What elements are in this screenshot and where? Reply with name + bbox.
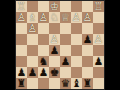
square-d4[interactable] (60, 34, 71, 45)
square-h2[interactable]: ♙ (16, 12, 27, 23)
white-pawn[interactable]: ♙ (27, 23, 38, 34)
square-a8[interactable] (93, 78, 104, 89)
white-pawn[interactable]: ♙ (93, 34, 104, 45)
square-d8[interactable]: ♛ (60, 78, 71, 89)
black-pawn[interactable]: ♟ (82, 34, 93, 45)
square-c6[interactable] (71, 56, 82, 67)
square-c2[interactable]: ♙ (71, 12, 82, 23)
square-g5[interactable] (27, 45, 38, 56)
page-background: ♖♔♖♙♗♙♘♕♙♙♙♙♟♙♟♞♟♟♟♟♟♚♜♛♝♜ (0, 0, 120, 90)
black-pawn[interactable]: ♟ (49, 45, 60, 56)
white-rook[interactable]: ♖ (93, 1, 104, 12)
square-g8[interactable] (27, 78, 38, 89)
white-pawn[interactable]: ♙ (38, 12, 49, 23)
square-f3[interactable] (38, 23, 49, 34)
square-g7[interactable]: ♟ (27, 67, 38, 78)
black-king[interactable]: ♚ (49, 67, 60, 78)
square-g4[interactable] (27, 34, 38, 45)
square-c3[interactable] (71, 23, 82, 34)
black-pawn[interactable]: ♟ (60, 56, 71, 67)
black-rook[interactable]: ♜ (16, 78, 27, 89)
black-queen[interactable]: ♛ (60, 78, 71, 89)
square-c8[interactable]: ♝ (71, 78, 82, 89)
square-d2[interactable]: ♕ (60, 12, 71, 23)
white-pawn[interactable]: ♙ (71, 12, 82, 23)
chess-board: ♖♔♖♙♗♙♘♕♙♙♙♙♟♙♟♞♟♟♟♟♟♚♜♛♝♜ (15, 0, 105, 90)
square-e2[interactable]: ♘ (49, 12, 60, 23)
square-e5[interactable]: ♟ (49, 45, 60, 56)
square-g3[interactable]: ♙ (27, 23, 38, 34)
square-f7[interactable]: ♟ (38, 67, 49, 78)
white-pawn[interactable]: ♙ (82, 12, 93, 23)
square-e8[interactable] (49, 78, 60, 89)
square-b2[interactable]: ♙ (82, 12, 93, 23)
black-bishop[interactable]: ♝ (71, 78, 82, 89)
black-pawn[interactable]: ♟ (93, 56, 104, 67)
white-queen[interactable]: ♕ (60, 12, 71, 23)
square-b5[interactable] (82, 45, 93, 56)
square-a6[interactable]: ♟ (93, 56, 104, 67)
square-h5[interactable] (16, 45, 27, 56)
square-f2[interactable]: ♙ (38, 12, 49, 23)
square-a7[interactable] (93, 67, 104, 78)
square-b6[interactable] (82, 56, 93, 67)
square-f4[interactable] (38, 34, 49, 45)
white-knight[interactable]: ♘ (49, 12, 60, 23)
square-h4[interactable] (16, 34, 27, 45)
white-pawn[interactable]: ♙ (16, 12, 27, 23)
square-c5[interactable] (71, 45, 82, 56)
square-d3[interactable] (60, 23, 71, 34)
square-b8[interactable]: ♜ (82, 78, 93, 89)
black-pawn[interactable]: ♟ (38, 67, 49, 78)
square-h3[interactable] (16, 23, 27, 34)
square-b4[interactable]: ♟ (82, 34, 93, 45)
square-e7[interactable]: ♚ (49, 67, 60, 78)
square-h8[interactable]: ♜ (16, 78, 27, 89)
black-rook[interactable]: ♜ (82, 78, 93, 89)
square-a1[interactable]: ♖ (93, 1, 104, 12)
square-a2[interactable] (93, 12, 104, 23)
square-f8[interactable] (38, 78, 49, 89)
black-pawn[interactable]: ♟ (27, 67, 38, 78)
square-a4[interactable]: ♙ (93, 34, 104, 45)
square-d6[interactable]: ♟ (60, 56, 71, 67)
square-c4[interactable] (71, 34, 82, 45)
